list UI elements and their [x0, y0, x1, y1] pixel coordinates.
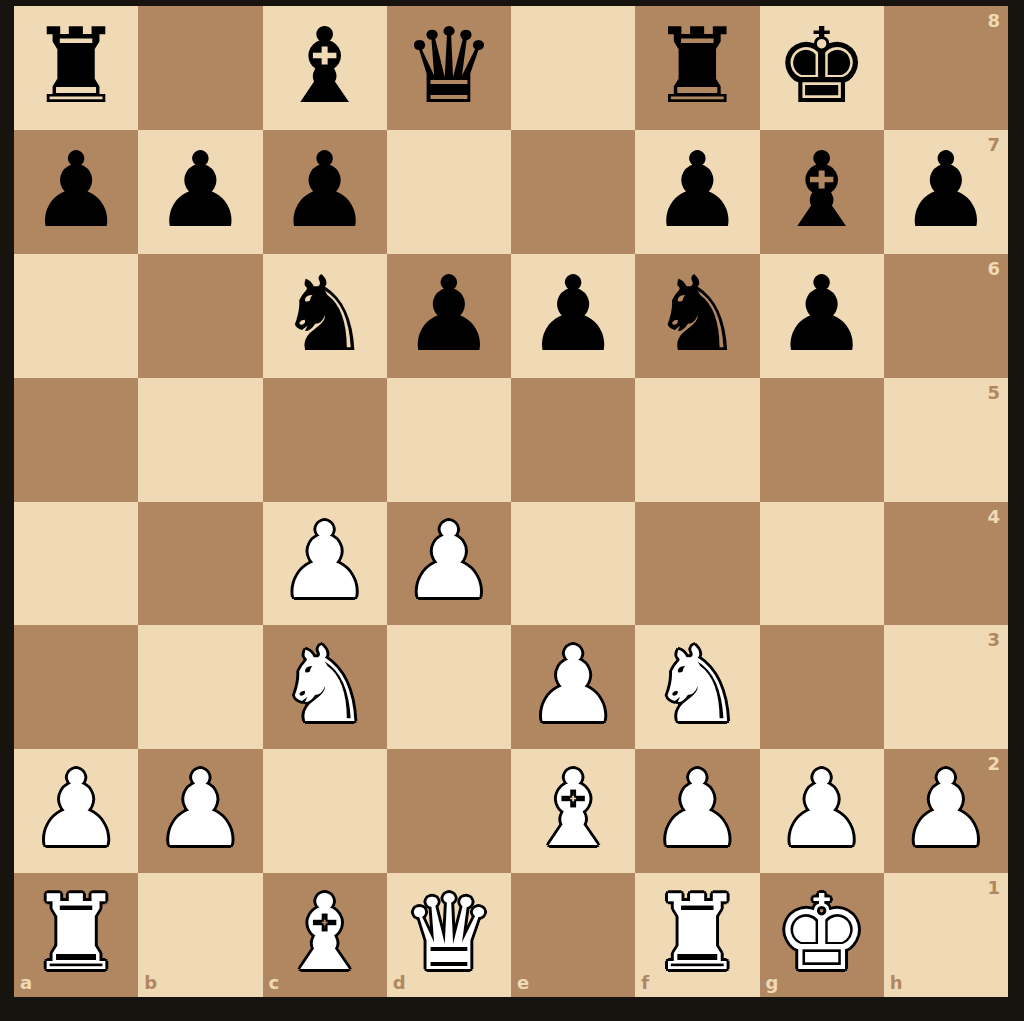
square-e6[interactable]: ♟ — [511, 254, 635, 378]
square-b6[interactable] — [138, 254, 262, 378]
square-h5[interactable]: 5 — [884, 378, 1008, 502]
square-e4[interactable] — [511, 502, 635, 626]
file-label-e: e — [517, 974, 529, 992]
square-h6[interactable]: 6 — [884, 254, 1008, 378]
square-f4[interactable] — [635, 502, 759, 626]
square-d1[interactable]: d♛ — [387, 873, 511, 997]
page-background: ♜♝♛♜♚8♟♟♟♟♝7♟♞♟♟♞♟65♟♟4♞♟♞3♟♟♝♟♟2♟a♜bc♝d… — [0, 0, 1024, 1021]
square-g1[interactable]: g♚ — [760, 873, 884, 997]
piece-white-bishop[interactable]: ♝ — [527, 757, 620, 861]
square-f8[interactable]: ♜ — [635, 6, 759, 130]
square-b8[interactable] — [138, 6, 262, 130]
rank-label-8: 8 — [987, 12, 1000, 30]
square-b3[interactable] — [138, 625, 262, 749]
piece-black-knight[interactable]: ♞ — [651, 262, 744, 366]
square-a2[interactable]: ♟ — [14, 749, 138, 873]
square-b5[interactable] — [138, 378, 262, 502]
square-e7[interactable] — [511, 130, 635, 254]
piece-white-pawn[interactable]: ♟ — [402, 509, 495, 613]
piece-white-pawn[interactable]: ♟ — [651, 757, 744, 861]
square-d4[interactable]: ♟ — [387, 502, 511, 626]
piece-white-knight[interactable]: ♞ — [278, 633, 371, 737]
square-h7[interactable]: 7♟ — [884, 130, 1008, 254]
square-h1[interactable]: 1h — [884, 873, 1008, 997]
piece-black-pawn[interactable]: ♟ — [402, 262, 495, 366]
square-g3[interactable] — [760, 625, 884, 749]
file-label-h: h — [890, 974, 903, 992]
square-f5[interactable] — [635, 378, 759, 502]
square-d5[interactable] — [387, 378, 511, 502]
square-f2[interactable]: ♟ — [635, 749, 759, 873]
square-a1[interactable]: a♜ — [14, 873, 138, 997]
piece-black-pawn[interactable]: ♟ — [527, 262, 620, 366]
square-c7[interactable]: ♟ — [263, 130, 387, 254]
square-c6[interactable]: ♞ — [263, 254, 387, 378]
rank-label-3: 3 — [987, 631, 1000, 649]
square-c5[interactable] — [263, 378, 387, 502]
piece-black-bishop[interactable]: ♝ — [278, 14, 371, 118]
square-h2[interactable]: 2♟ — [884, 749, 1008, 873]
piece-black-pawn[interactable]: ♟ — [899, 138, 992, 242]
piece-white-king[interactable]: ♚ — [775, 881, 868, 985]
square-h4[interactable]: 4 — [884, 502, 1008, 626]
square-c3[interactable]: ♞ — [263, 625, 387, 749]
piece-black-pawn[interactable]: ♟ — [30, 138, 123, 242]
square-a6[interactable] — [14, 254, 138, 378]
square-e8[interactable] — [511, 6, 635, 130]
square-d2[interactable] — [387, 749, 511, 873]
piece-white-queen[interactable]: ♛ — [402, 881, 495, 985]
piece-white-rook[interactable]: ♜ — [30, 881, 123, 985]
file-label-f: f — [641, 974, 649, 992]
piece-black-rook[interactable]: ♜ — [30, 14, 123, 118]
square-b4[interactable] — [138, 502, 262, 626]
piece-white-pawn[interactable]: ♟ — [775, 757, 868, 861]
square-a4[interactable] — [14, 502, 138, 626]
square-c4[interactable]: ♟ — [263, 502, 387, 626]
square-h3[interactable]: 3 — [884, 625, 1008, 749]
piece-black-knight[interactable]: ♞ — [278, 262, 371, 366]
square-e5[interactable] — [511, 378, 635, 502]
square-a3[interactable] — [14, 625, 138, 749]
square-b2[interactable]: ♟ — [138, 749, 262, 873]
piece-white-pawn[interactable]: ♟ — [899, 757, 992, 861]
square-g6[interactable]: ♟ — [760, 254, 884, 378]
square-d6[interactable]: ♟ — [387, 254, 511, 378]
square-g4[interactable] — [760, 502, 884, 626]
square-a8[interactable]: ♜ — [14, 6, 138, 130]
square-g2[interactable]: ♟ — [760, 749, 884, 873]
piece-black-queen[interactable]: ♛ — [402, 14, 495, 118]
square-a7[interactable]: ♟ — [14, 130, 138, 254]
square-b7[interactable]: ♟ — [138, 130, 262, 254]
square-f1[interactable]: f♜ — [635, 873, 759, 997]
piece-black-pawn[interactable]: ♟ — [651, 138, 744, 242]
square-c1[interactable]: c♝ — [263, 873, 387, 997]
square-c8[interactable]: ♝ — [263, 6, 387, 130]
square-e1[interactable]: e — [511, 873, 635, 997]
rank-label-5: 5 — [987, 384, 1000, 402]
square-g7[interactable]: ♝ — [760, 130, 884, 254]
square-h8[interactable]: 8 — [884, 6, 1008, 130]
piece-white-pawn[interactable]: ♟ — [278, 509, 371, 613]
chess-board: ♜♝♛♜♚8♟♟♟♟♝7♟♞♟♟♞♟65♟♟4♞♟♞3♟♟♝♟♟2♟a♜bc♝d… — [14, 6, 1008, 997]
piece-black-pawn[interactable]: ♟ — [154, 138, 247, 242]
square-f6[interactable]: ♞ — [635, 254, 759, 378]
square-e2[interactable]: ♝ — [511, 749, 635, 873]
square-f3[interactable]: ♞ — [635, 625, 759, 749]
rank-label-1: 1 — [987, 879, 1000, 897]
piece-black-pawn[interactable]: ♟ — [775, 262, 868, 366]
square-g8[interactable]: ♚ — [760, 6, 884, 130]
piece-white-bishop[interactable]: ♝ — [278, 881, 371, 985]
square-d8[interactable]: ♛ — [387, 6, 511, 130]
square-a5[interactable] — [14, 378, 138, 502]
rank-label-6: 6 — [987, 260, 1000, 278]
piece-black-pawn[interactable]: ♟ — [278, 138, 371, 242]
square-b1[interactable]: b — [138, 873, 262, 997]
piece-black-bishop[interactable]: ♝ — [775, 138, 868, 242]
square-g5[interactable] — [760, 378, 884, 502]
piece-black-rook[interactable]: ♜ — [651, 14, 744, 118]
piece-white-pawn[interactable]: ♟ — [154, 757, 247, 861]
piece-black-king[interactable]: ♚ — [775, 14, 868, 118]
piece-white-knight[interactable]: ♞ — [651, 633, 744, 737]
piece-white-rook[interactable]: ♜ — [651, 881, 744, 985]
rank-label-4: 4 — [987, 508, 1000, 526]
square-e3[interactable]: ♟ — [511, 625, 635, 749]
piece-white-pawn[interactable]: ♟ — [527, 633, 620, 737]
square-f7[interactable]: ♟ — [635, 130, 759, 254]
square-d7[interactable] — [387, 130, 511, 254]
piece-white-pawn[interactable]: ♟ — [30, 757, 123, 861]
file-label-b: b — [144, 974, 157, 992]
square-c2[interactable] — [263, 749, 387, 873]
square-d3[interactable] — [387, 625, 511, 749]
